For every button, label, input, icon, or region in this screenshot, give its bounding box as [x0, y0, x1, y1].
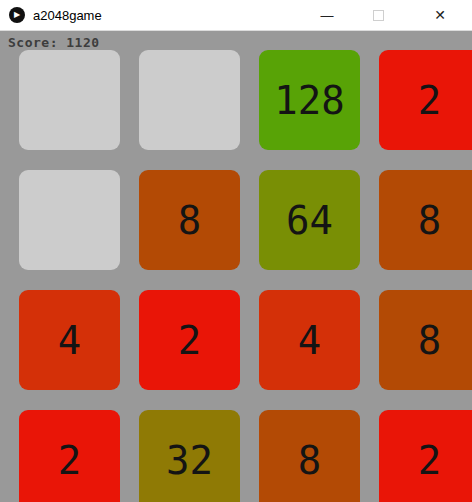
app-window: ▶ a2048game — ✕ Score: 1120 128286484248… [0, 0, 472, 502]
minimize-button[interactable]: — [304, 0, 350, 30]
tile-empty [19, 50, 120, 150]
tile-2: 2 [139, 290, 240, 390]
maximize-button[interactable] [355, 0, 401, 30]
tile-8: 8 [139, 170, 240, 270]
window-title: a2048game [33, 8, 102, 23]
play-icon: ▶ [9, 7, 25, 23]
minimize-icon: — [321, 8, 334, 23]
tile-8: 8 [379, 290, 472, 390]
tile-4: 4 [19, 290, 120, 390]
tile-128: 128 [259, 50, 360, 150]
game-area: Score: 1120 12828648424823282 [0, 32, 472, 502]
tile-8: 8 [259, 410, 360, 502]
tile-empty [139, 50, 240, 150]
tile-2: 2 [379, 410, 472, 502]
tile-8: 8 [379, 170, 472, 270]
titlebar: ▶ a2048game — ✕ [0, 0, 472, 31]
tile-empty [19, 170, 120, 270]
tile-4: 4 [259, 290, 360, 390]
maximize-icon [373, 10, 384, 21]
tile-64: 64 [259, 170, 360, 270]
score-text: Score: 1120 [8, 35, 100, 50]
board-grid: 12828648424823282 [19, 50, 472, 502]
tile-32: 32 [139, 410, 240, 502]
tile-2: 2 [19, 410, 120, 502]
close-button[interactable]: ✕ [417, 0, 463, 30]
tile-2: 2 [379, 50, 472, 150]
close-icon: ✕ [434, 7, 446, 23]
